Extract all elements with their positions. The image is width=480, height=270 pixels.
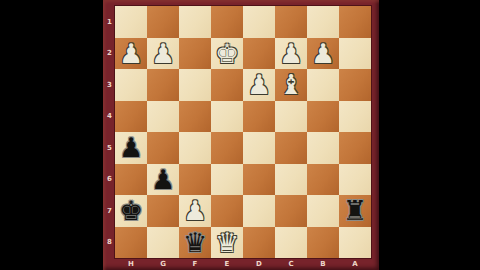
- square-h2[interactable]: ♟: [115, 38, 147, 70]
- piece-black-rook[interactable]: ♜: [339, 195, 371, 227]
- square-g1[interactable]: [147, 6, 179, 38]
- square-h8[interactable]: [115, 227, 147, 259]
- square-d4[interactable]: [243, 101, 275, 133]
- piece-black-king[interactable]: ♚: [115, 195, 147, 227]
- square-f7[interactable]: ♟: [179, 195, 211, 227]
- piece-black-queen[interactable]: ♛: [179, 227, 211, 259]
- square-g5[interactable]: [147, 132, 179, 164]
- piece-white-pawn[interactable]: ♟: [307, 38, 339, 70]
- square-b2[interactable]: ♟: [307, 38, 339, 70]
- square-c8[interactable]: [275, 227, 307, 259]
- rank-label-1: 1: [104, 6, 115, 38]
- rank-label-3: 3: [104, 69, 115, 101]
- square-g4[interactable]: [147, 101, 179, 133]
- square-b6[interactable]: [307, 164, 339, 196]
- square-f4[interactable]: [179, 101, 211, 133]
- square-a4[interactable]: [339, 101, 371, 133]
- square-h7[interactable]: ♚: [115, 195, 147, 227]
- square-g3[interactable]: [147, 69, 179, 101]
- square-f2[interactable]: [179, 38, 211, 70]
- square-h1[interactable]: [115, 6, 147, 38]
- square-g7[interactable]: [147, 195, 179, 227]
- rank-label-7: 7: [104, 195, 115, 227]
- square-c3[interactable]: ♝: [275, 69, 307, 101]
- rank-label-8: 8: [104, 227, 115, 259]
- board-grid: ♟♟♚♟♟♟♝♟♟♚♟♜♛♛: [115, 6, 371, 258]
- square-e2[interactable]: ♚: [211, 38, 243, 70]
- piece-white-pawn[interactable]: ♟: [243, 69, 275, 101]
- rank-label-4: 4: [104, 101, 115, 133]
- square-h6[interactable]: [115, 164, 147, 196]
- square-f3[interactable]: [179, 69, 211, 101]
- file-label-a: A: [339, 258, 371, 270]
- square-g8[interactable]: [147, 227, 179, 259]
- square-e6[interactable]: [211, 164, 243, 196]
- square-d3[interactable]: ♟: [243, 69, 275, 101]
- file-label-c: C: [275, 258, 307, 270]
- square-b1[interactable]: [307, 6, 339, 38]
- square-e5[interactable]: [211, 132, 243, 164]
- square-h4[interactable]: [115, 101, 147, 133]
- rank-label-5: 5: [104, 132, 115, 164]
- rank-label-6: 6: [104, 164, 115, 196]
- square-f5[interactable]: [179, 132, 211, 164]
- piece-black-pawn[interactable]: ♟: [115, 132, 147, 164]
- square-e7[interactable]: [211, 195, 243, 227]
- square-d6[interactable]: [243, 164, 275, 196]
- piece-white-pawn[interactable]: ♟: [275, 38, 307, 70]
- square-b3[interactable]: [307, 69, 339, 101]
- square-g6[interactable]: ♟: [147, 164, 179, 196]
- file-label-b: B: [307, 258, 339, 270]
- square-d7[interactable]: [243, 195, 275, 227]
- square-c4[interactable]: [275, 101, 307, 133]
- square-c2[interactable]: ♟: [275, 38, 307, 70]
- square-d8[interactable]: [243, 227, 275, 259]
- chess-board-frame: 12345678 ♟♟♚♟♟♟♝♟♟♚♟♜♛♛ HGFEDCBA: [103, 0, 379, 270]
- square-a8[interactable]: [339, 227, 371, 259]
- file-label-h: H: [115, 258, 147, 270]
- square-d2[interactable]: [243, 38, 275, 70]
- square-e8[interactable]: ♛: [211, 227, 243, 259]
- square-b5[interactable]: [307, 132, 339, 164]
- piece-white-bishop[interactable]: ♝: [275, 69, 307, 101]
- square-a2[interactable]: [339, 38, 371, 70]
- square-c1[interactable]: [275, 6, 307, 38]
- square-a3[interactable]: [339, 69, 371, 101]
- piece-white-pawn[interactable]: ♟: [147, 38, 179, 70]
- rank-labels: 12345678: [104, 6, 115, 258]
- file-label-g: G: [147, 258, 179, 270]
- square-a7[interactable]: ♜: [339, 195, 371, 227]
- square-g2[interactable]: ♟: [147, 38, 179, 70]
- square-d5[interactable]: [243, 132, 275, 164]
- square-b4[interactable]: [307, 101, 339, 133]
- square-f8[interactable]: ♛: [179, 227, 211, 259]
- square-d1[interactable]: [243, 6, 275, 38]
- piece-white-pawn[interactable]: ♟: [115, 38, 147, 70]
- square-c6[interactable]: [275, 164, 307, 196]
- square-h5[interactable]: ♟: [115, 132, 147, 164]
- square-f1[interactable]: [179, 6, 211, 38]
- file-labels: HGFEDCBA: [115, 258, 371, 270]
- square-e4[interactable]: [211, 101, 243, 133]
- square-e1[interactable]: [211, 6, 243, 38]
- square-f6[interactable]: [179, 164, 211, 196]
- square-b7[interactable]: [307, 195, 339, 227]
- file-label-d: D: [243, 258, 275, 270]
- piece-white-pawn[interactable]: ♟: [179, 195, 211, 227]
- file-label-f: F: [179, 258, 211, 270]
- square-c5[interactable]: [275, 132, 307, 164]
- square-b8[interactable]: [307, 227, 339, 259]
- piece-white-king[interactable]: ♚: [211, 38, 243, 70]
- piece-white-queen[interactable]: ♛: [211, 227, 243, 259]
- square-c7[interactable]: [275, 195, 307, 227]
- square-h3[interactable]: [115, 69, 147, 101]
- file-label-e: E: [211, 258, 243, 270]
- square-a5[interactable]: [339, 132, 371, 164]
- square-e3[interactable]: [211, 69, 243, 101]
- square-a6[interactable]: [339, 164, 371, 196]
- square-a1[interactable]: [339, 6, 371, 38]
- rank-label-2: 2: [104, 38, 115, 70]
- piece-black-pawn[interactable]: ♟: [147, 164, 179, 196]
